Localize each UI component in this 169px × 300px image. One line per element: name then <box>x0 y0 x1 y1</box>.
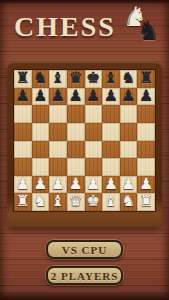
black-pawn-piece: ♟ <box>51 88 65 104</box>
square-a1: ♜ <box>14 193 32 211</box>
square-d3 <box>67 158 85 176</box>
square-d2: ♟ <box>67 176 85 194</box>
white-pawn-piece: ♟ <box>33 176 47 192</box>
square-g7: ♟ <box>120 88 138 106</box>
white-knight-piece: ♞ <box>33 194 47 210</box>
black-pawn-piece: ♟ <box>86 88 100 104</box>
chess-board-frame: ♜♞♝♛♚♝♞♜♟♟♟♟♟♟♟♟♟♟♟♟♟♟♟♟♜♞♝♛♚♝♞♜ <box>7 62 162 227</box>
white-pawn-piece: ♟ <box>16 176 30 192</box>
black-bishop-piece: ♝ <box>104 71 118 87</box>
vs-cpu-button[interactable]: VS CPU <box>46 240 123 259</box>
square-e1: ♚ <box>85 193 103 211</box>
black-rook-piece: ♜ <box>16 71 30 87</box>
square-h2: ♟ <box>137 176 155 194</box>
square-c8: ♝ <box>49 70 67 88</box>
square-f3 <box>102 158 120 176</box>
square-d5 <box>67 123 85 141</box>
square-e5 <box>85 123 103 141</box>
square-c1: ♝ <box>49 193 67 211</box>
square-b1: ♞ <box>32 193 50 211</box>
black-bishop-piece: ♝ <box>51 71 65 87</box>
black-queen-piece: ♛ <box>69 71 83 87</box>
black-pawn-piece: ♟ <box>104 88 118 104</box>
square-b7: ♟ <box>32 88 50 106</box>
square-d8: ♛ <box>67 70 85 88</box>
square-a7: ♟ <box>14 88 32 106</box>
square-h1: ♜ <box>137 193 155 211</box>
black-knight-piece: ♞ <box>33 71 47 87</box>
square-a4 <box>14 141 32 159</box>
square-e6 <box>85 105 103 123</box>
square-b2: ♟ <box>32 176 50 194</box>
square-h4 <box>137 141 155 159</box>
square-b8: ♞ <box>32 70 50 88</box>
square-c6 <box>49 105 67 123</box>
square-h6 <box>137 105 155 123</box>
black-king-piece: ♚ <box>86 71 100 87</box>
black-pawn-piece: ♟ <box>139 88 153 104</box>
square-a2: ♟ <box>14 176 32 194</box>
square-c2: ♟ <box>49 176 67 194</box>
square-f2: ♟ <box>102 176 120 194</box>
square-d4 <box>67 141 85 159</box>
white-knight-piece: ♞ <box>122 194 136 210</box>
chess-board: ♜♞♝♛♚♝♞♜♟♟♟♟♟♟♟♟♟♟♟♟♟♟♟♟♜♞♝♛♚♝♞♜ <box>14 70 155 211</box>
square-d1: ♛ <box>67 193 85 211</box>
square-d7: ♟ <box>67 88 85 106</box>
white-king-piece: ♚ <box>86 194 100 210</box>
square-h3 <box>137 158 155 176</box>
black-pawn-piece: ♟ <box>33 88 47 104</box>
square-a6 <box>14 105 32 123</box>
square-a5 <box>14 123 32 141</box>
black-knight-icon: ♞ <box>137 19 159 44</box>
square-g2: ♟ <box>120 176 138 194</box>
square-g4 <box>120 141 138 159</box>
white-pawn-piece: ♟ <box>104 176 118 192</box>
white-pawn-piece: ♟ <box>69 176 83 192</box>
white-rook-piece: ♜ <box>139 194 153 210</box>
black-pawn-piece: ♟ <box>122 88 136 104</box>
square-f4 <box>102 141 120 159</box>
black-pawn-piece: ♟ <box>16 88 30 104</box>
square-c5 <box>49 123 67 141</box>
square-f8: ♝ <box>102 70 120 88</box>
square-e3 <box>85 158 103 176</box>
square-e2: ♟ <box>85 176 103 194</box>
square-a3 <box>14 158 32 176</box>
white-pawn-piece: ♟ <box>139 176 153 192</box>
square-f6 <box>102 105 120 123</box>
square-e7: ♟ <box>85 88 103 106</box>
square-b6 <box>32 105 50 123</box>
square-h8: ♜ <box>137 70 155 88</box>
square-g1: ♞ <box>120 193 138 211</box>
square-f7: ♟ <box>102 88 120 106</box>
square-f5 <box>102 123 120 141</box>
white-bishop-piece: ♝ <box>104 194 118 210</box>
black-pawn-piece: ♟ <box>69 88 83 104</box>
square-e4 <box>85 141 103 159</box>
square-f1: ♝ <box>102 193 120 211</box>
two-players-button[interactable]: 2 PLAYERS <box>46 266 123 285</box>
white-rook-piece: ♜ <box>16 194 30 210</box>
square-g3 <box>120 158 138 176</box>
chess-app-menu-screen: CHESS ♞ ♞ ♜♞♝♛♚♝♞♜♟♟♟♟♟♟♟♟♟♟♟♟♟♟♟♟♜♞♝♛♚♝… <box>0 0 169 300</box>
square-b5 <box>32 123 50 141</box>
square-b3 <box>32 158 50 176</box>
square-a8: ♜ <box>14 70 32 88</box>
white-pawn-piece: ♟ <box>51 176 65 192</box>
square-c4 <box>49 141 67 159</box>
white-pawn-piece: ♟ <box>86 176 100 192</box>
black-rook-piece: ♜ <box>139 71 153 87</box>
app-title: CHESS <box>14 11 116 43</box>
square-b4 <box>32 141 50 159</box>
square-c7: ♟ <box>49 88 67 106</box>
square-d6 <box>67 105 85 123</box>
square-g8: ♞ <box>120 70 138 88</box>
square-c3 <box>49 158 67 176</box>
white-queen-piece: ♛ <box>69 194 83 210</box>
square-g6 <box>120 105 138 123</box>
square-h5 <box>137 123 155 141</box>
white-pawn-piece: ♟ <box>122 176 136 192</box>
square-h7: ♟ <box>137 88 155 106</box>
white-bishop-piece: ♝ <box>51 194 65 210</box>
square-e8: ♚ <box>85 70 103 88</box>
black-knight-piece: ♞ <box>122 71 136 87</box>
square-g5 <box>120 123 138 141</box>
